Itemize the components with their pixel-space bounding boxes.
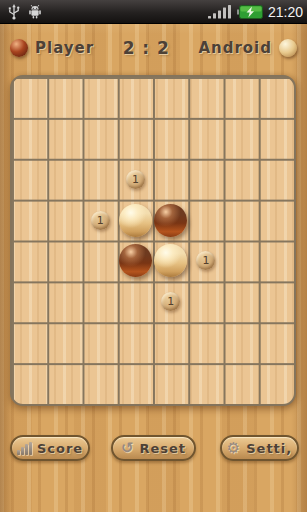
board-cell-d2[interactable] [118,118,153,159]
board-cell-h3[interactable] [259,159,294,200]
board-cell-e2[interactable] [153,118,188,159]
board-cell-d6[interactable] [118,281,153,322]
board-cell-f2[interactable] [188,118,223,159]
board-cell-b6[interactable] [47,281,82,322]
board-cell-c3[interactable] [83,159,118,200]
move-hint[interactable]: 1 [161,292,180,311]
board-cell-e4[interactable] [153,200,188,241]
status-bar: 21:20 [0,0,307,24]
board: 1111 [10,75,296,406]
dark-disc [154,204,187,237]
board-cell-f4[interactable] [188,200,223,241]
board-cell-h1[interactable] [259,77,294,118]
board-cell-h5[interactable] [259,241,294,282]
board-cell-d8[interactable] [118,363,153,404]
settings-button[interactable]: ⚙ Setti, [220,435,299,461]
board-cell-b3[interactable] [47,159,82,200]
board-cell-e3[interactable] [153,159,188,200]
board-cell-e1[interactable] [153,77,188,118]
board-cell-f6[interactable] [188,281,223,322]
board-cell-g5[interactable] [224,241,259,282]
board-cell-h8[interactable] [259,363,294,404]
board-cell-c6[interactable] [83,281,118,322]
bar-chart-icon [17,442,32,455]
board-cell-f7[interactable] [188,322,223,363]
board-cell-f3[interactable] [188,159,223,200]
light-disc [154,244,187,277]
score-button-label: Score [37,441,83,456]
board-cell-g3[interactable] [224,159,259,200]
android-disc-icon [279,39,297,57]
clock: 21:20 [268,4,303,20]
board-cell-c7[interactable] [83,322,118,363]
board-cell-c2[interactable] [83,118,118,159]
board-cell-h7[interactable] [259,322,294,363]
board-cell-b5[interactable] [47,241,82,282]
board-cell-a6[interactable] [12,281,47,322]
board-cell-d7[interactable] [118,322,153,363]
usb-icon [7,4,21,20]
board-cell-g2[interactable] [224,118,259,159]
board-cell-f5[interactable]: 1 [188,241,223,282]
android-label: Android [198,39,272,57]
reset-button[interactable]: ↺ Reset [111,435,196,461]
status-left-icons [7,4,42,20]
board-cell-g1[interactable] [224,77,259,118]
board-cell-a1[interactable] [12,77,47,118]
board-cell-c5[interactable] [83,241,118,282]
board-cell-h6[interactable] [259,281,294,322]
board-cell-d5[interactable] [118,241,153,282]
player-label: Player [35,39,94,57]
board-cell-e8[interactable] [153,363,188,404]
board-cell-a5[interactable] [12,241,47,282]
board-cell-c4[interactable]: 1 [83,200,118,241]
board-cell-d1[interactable] [118,77,153,118]
board-cell-a3[interactable] [12,159,47,200]
light-disc [119,204,152,237]
board-cell-b2[interactable] [47,118,82,159]
score-text: 2 : 2 [94,38,198,58]
score-button[interactable]: Score [10,435,90,461]
board-cell-a4[interactable] [12,200,47,241]
board-cell-e5[interactable] [153,241,188,282]
board-cell-c1[interactable] [83,77,118,118]
gear-icon: ⚙ [227,441,241,456]
reset-button-label: Reset [139,441,186,456]
player-disc-icon [10,39,28,57]
board-cell-a8[interactable] [12,363,47,404]
board-cell-b7[interactable] [47,322,82,363]
board-cell-g6[interactable] [224,281,259,322]
board-cell-c8[interactable] [83,363,118,404]
board-cell-f1[interactable] [188,77,223,118]
settings-button-label: Setti, [246,441,292,456]
move-hint[interactable]: 1 [126,170,145,189]
board-cell-g8[interactable] [224,363,259,404]
status-right-icons: 21:20 [208,4,303,20]
board-cell-d4[interactable] [118,200,153,241]
board-cell-e6[interactable]: 1 [153,281,188,322]
dark-disc [119,244,152,277]
move-hint[interactable]: 1 [91,211,110,230]
board-cell-b8[interactable] [47,363,82,404]
board-cell-e7[interactable] [153,322,188,363]
board-cell-f8[interactable] [188,363,223,404]
adb-debug-icon [28,4,42,19]
board-cell-d3[interactable]: 1 [118,159,153,200]
app-screen: 21:20 Player 2 : 2 Android 1111 Score ↺ … [0,0,307,512]
board-cell-h4[interactable] [259,200,294,241]
board-cell-g7[interactable] [224,322,259,363]
score-header: Player 2 : 2 Android [0,26,307,70]
board-cell-b1[interactable] [47,77,82,118]
signal-strength-icon [208,5,232,19]
board-cell-a7[interactable] [12,322,47,363]
board-cell-b4[interactable] [47,200,82,241]
board-cell-h2[interactable] [259,118,294,159]
undo-icon: ↺ [121,441,135,456]
move-hint[interactable]: 1 [196,251,215,270]
board-cell-g4[interactable] [224,200,259,241]
battery-charging-icon [237,5,263,19]
board-cell-a2[interactable] [12,118,47,159]
